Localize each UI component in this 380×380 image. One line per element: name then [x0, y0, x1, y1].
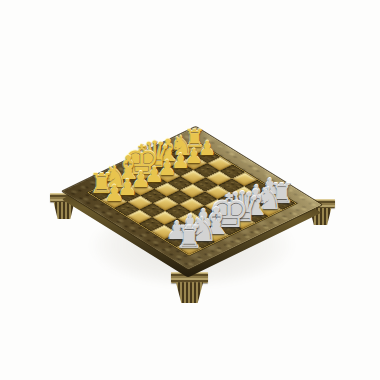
column-shaft: [176, 282, 203, 303]
product-photo: ♜♟♞♟♝♟♛♟♚♟♝♟♟♞♜♟♟♜♞♟♟♝♟♛♟♚♟♝♟♞♟♜: [0, 0, 380, 380]
